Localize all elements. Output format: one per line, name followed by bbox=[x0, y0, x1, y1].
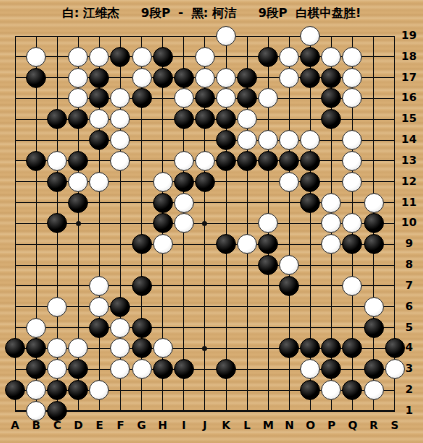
white-stone bbox=[195, 47, 215, 67]
white-stone bbox=[132, 68, 152, 88]
white-stone bbox=[342, 151, 362, 171]
white-stone bbox=[279, 172, 299, 192]
black-stone bbox=[300, 380, 320, 400]
white-stone bbox=[47, 297, 67, 317]
white-stone bbox=[237, 130, 257, 150]
black-stone bbox=[342, 338, 362, 358]
white-stone bbox=[110, 130, 130, 150]
black-stone bbox=[174, 68, 194, 88]
black-stone bbox=[237, 68, 257, 88]
black-stone bbox=[26, 68, 46, 88]
black-stone bbox=[342, 234, 362, 254]
white-stone bbox=[26, 401, 46, 421]
white-stone bbox=[68, 47, 88, 67]
black-stone bbox=[89, 318, 109, 338]
black-stone bbox=[195, 172, 215, 192]
white-stone bbox=[195, 151, 215, 171]
black-stone bbox=[174, 172, 194, 192]
white-stone bbox=[237, 109, 257, 129]
white-stone bbox=[342, 88, 362, 108]
black-stone bbox=[132, 276, 152, 296]
column-label: N bbox=[279, 419, 300, 432]
white-stone bbox=[68, 68, 88, 88]
row-label: 8 bbox=[396, 258, 422, 271]
black-stone bbox=[89, 130, 109, 150]
row-label: 14 bbox=[396, 133, 422, 146]
go-game-viewer: 白: 江维杰 9段P - 黑: 柯洁 9段P 白棋中盘胜! ABCDEFGHIJ… bbox=[0, 0, 423, 443]
black-stone bbox=[68, 151, 88, 171]
white-stone bbox=[89, 297, 109, 317]
column-label: A bbox=[5, 419, 26, 432]
white-stone bbox=[342, 172, 362, 192]
black-stone bbox=[26, 151, 46, 171]
white-stone bbox=[258, 130, 278, 150]
row-label: 19 bbox=[396, 29, 422, 42]
white-stone bbox=[342, 130, 362, 150]
white-stone bbox=[110, 338, 130, 358]
white-stone bbox=[321, 234, 341, 254]
white-stone bbox=[89, 380, 109, 400]
row-label: 16 bbox=[396, 91, 422, 104]
black-stone bbox=[321, 88, 341, 108]
black-stone bbox=[300, 338, 320, 358]
white-stone bbox=[89, 276, 109, 296]
row-label: 17 bbox=[396, 71, 422, 84]
white-stone bbox=[89, 47, 109, 67]
row-label: 7 bbox=[396, 279, 422, 292]
black-stone bbox=[364, 213, 384, 233]
black-stone bbox=[47, 109, 67, 129]
white-stone bbox=[110, 359, 130, 379]
black-stone bbox=[47, 380, 67, 400]
white-stone bbox=[153, 338, 173, 358]
white-stone bbox=[89, 109, 109, 129]
row-label: 6 bbox=[396, 300, 422, 313]
black-stone bbox=[68, 359, 88, 379]
white-stone bbox=[342, 213, 362, 233]
white-stone bbox=[26, 380, 46, 400]
white-stone bbox=[237, 234, 257, 254]
black-stone bbox=[258, 151, 278, 171]
row-label: 18 bbox=[396, 50, 422, 63]
row-label: 4 bbox=[396, 341, 422, 354]
black-stone bbox=[258, 255, 278, 275]
white-stone bbox=[216, 88, 236, 108]
black-stone bbox=[89, 88, 109, 108]
row-label: 2 bbox=[396, 383, 422, 396]
white-stone bbox=[342, 47, 362, 67]
black-stone bbox=[110, 297, 130, 317]
black-stone bbox=[5, 380, 25, 400]
black-stone bbox=[364, 318, 384, 338]
black-stone bbox=[132, 318, 152, 338]
column-label: O bbox=[300, 419, 321, 432]
row-label: 3 bbox=[396, 362, 422, 375]
white-stone bbox=[68, 172, 88, 192]
black-stone bbox=[216, 234, 236, 254]
black-stone bbox=[300, 193, 320, 213]
white-stone bbox=[174, 193, 194, 213]
black-stone bbox=[153, 47, 173, 67]
column-label: Q bbox=[342, 419, 363, 432]
row-label: 13 bbox=[396, 154, 422, 167]
black-stone bbox=[195, 109, 215, 129]
column-label: P bbox=[321, 419, 342, 432]
white-stone bbox=[174, 88, 194, 108]
black-stone bbox=[47, 172, 67, 192]
column-label: R bbox=[363, 419, 384, 432]
white-stone bbox=[216, 68, 236, 88]
black-stone bbox=[258, 234, 278, 254]
black-stone bbox=[300, 68, 320, 88]
white-stone bbox=[132, 359, 152, 379]
column-label: L bbox=[237, 419, 258, 432]
white-stone bbox=[174, 151, 194, 171]
black-stone bbox=[89, 68, 109, 88]
row-label: 9 bbox=[396, 237, 422, 250]
black-stone bbox=[216, 109, 236, 129]
black-stone bbox=[258, 47, 278, 67]
black-stone bbox=[174, 109, 194, 129]
white-stone bbox=[279, 130, 299, 150]
white-stone bbox=[153, 172, 173, 192]
black-stone bbox=[110, 47, 130, 67]
column-label: C bbox=[47, 419, 68, 432]
white-stone bbox=[321, 213, 341, 233]
white-stone bbox=[47, 151, 67, 171]
column-label: I bbox=[173, 419, 194, 432]
white-stone bbox=[300, 26, 320, 46]
black-stone bbox=[300, 151, 320, 171]
white-stone bbox=[110, 151, 130, 171]
black-stone bbox=[300, 172, 320, 192]
column-label: K bbox=[216, 419, 237, 432]
black-stone bbox=[364, 234, 384, 254]
column-label: S bbox=[384, 419, 405, 432]
white-stone bbox=[321, 47, 341, 67]
white-stone bbox=[258, 213, 278, 233]
white-stone bbox=[364, 297, 384, 317]
black-stone bbox=[68, 380, 88, 400]
white-stone bbox=[364, 193, 384, 213]
black-stone bbox=[153, 68, 173, 88]
black-stone bbox=[26, 359, 46, 379]
column-label: F bbox=[110, 419, 131, 432]
column-label: E bbox=[89, 419, 110, 432]
black-stone bbox=[132, 234, 152, 254]
black-stone bbox=[153, 359, 173, 379]
black-stone bbox=[321, 109, 341, 129]
white-stone bbox=[47, 338, 67, 358]
black-stone bbox=[279, 276, 299, 296]
white-stone bbox=[321, 193, 341, 213]
black-stone bbox=[237, 151, 257, 171]
black-stone bbox=[216, 130, 236, 150]
black-stone bbox=[300, 47, 320, 67]
black-stone bbox=[68, 109, 88, 129]
white-stone bbox=[47, 359, 67, 379]
white-stone bbox=[26, 318, 46, 338]
black-stone bbox=[47, 213, 67, 233]
stones-grid bbox=[4, 26, 405, 422]
white-stone bbox=[174, 213, 194, 233]
white-stone bbox=[26, 47, 46, 67]
white-stone bbox=[153, 234, 173, 254]
white-stone bbox=[279, 47, 299, 67]
black-stone bbox=[153, 193, 173, 213]
white-stone bbox=[342, 276, 362, 296]
black-stone bbox=[68, 193, 88, 213]
black-stone bbox=[321, 68, 341, 88]
column-label: B bbox=[26, 419, 47, 432]
white-stone bbox=[279, 68, 299, 88]
black-stone bbox=[364, 359, 384, 379]
column-label: H bbox=[152, 419, 173, 432]
white-stone bbox=[68, 338, 88, 358]
column-label: M bbox=[258, 419, 279, 432]
white-stone bbox=[258, 88, 278, 108]
white-stone bbox=[279, 255, 299, 275]
column-label: J bbox=[194, 419, 215, 432]
row-label: 11 bbox=[396, 196, 422, 209]
white-stone bbox=[68, 88, 88, 108]
white-stone bbox=[321, 380, 341, 400]
black-stone bbox=[5, 338, 25, 358]
go-board[interactable]: ABCDEFGHIJKLMNOPQRS 19181716151413121110… bbox=[0, 0, 423, 443]
row-label: 12 bbox=[396, 175, 422, 188]
black-stone bbox=[153, 213, 173, 233]
row-label: 5 bbox=[396, 321, 422, 334]
black-stone bbox=[216, 359, 236, 379]
white-stone bbox=[300, 359, 320, 379]
black-stone bbox=[174, 359, 194, 379]
white-stone bbox=[300, 130, 320, 150]
column-label: G bbox=[131, 419, 152, 432]
white-stone bbox=[216, 26, 236, 46]
black-stone bbox=[279, 151, 299, 171]
black-stone bbox=[132, 338, 152, 358]
white-stone bbox=[89, 172, 109, 192]
column-label: D bbox=[68, 419, 89, 432]
black-stone bbox=[26, 338, 46, 358]
white-stone bbox=[110, 88, 130, 108]
white-stone bbox=[110, 109, 130, 129]
black-stone bbox=[321, 338, 341, 358]
white-stone bbox=[364, 380, 384, 400]
white-stone bbox=[110, 318, 130, 338]
row-label: 1 bbox=[396, 404, 422, 417]
black-stone bbox=[132, 88, 152, 108]
black-stone bbox=[195, 88, 215, 108]
black-stone bbox=[237, 88, 257, 108]
black-stone bbox=[342, 380, 362, 400]
white-stone bbox=[132, 47, 152, 67]
white-stone bbox=[342, 68, 362, 88]
black-stone bbox=[216, 151, 236, 171]
black-stone bbox=[321, 359, 341, 379]
black-stone bbox=[47, 401, 67, 421]
white-stone bbox=[195, 68, 215, 88]
row-label: 15 bbox=[396, 112, 422, 125]
row-label: 10 bbox=[396, 216, 422, 229]
black-stone bbox=[279, 338, 299, 358]
